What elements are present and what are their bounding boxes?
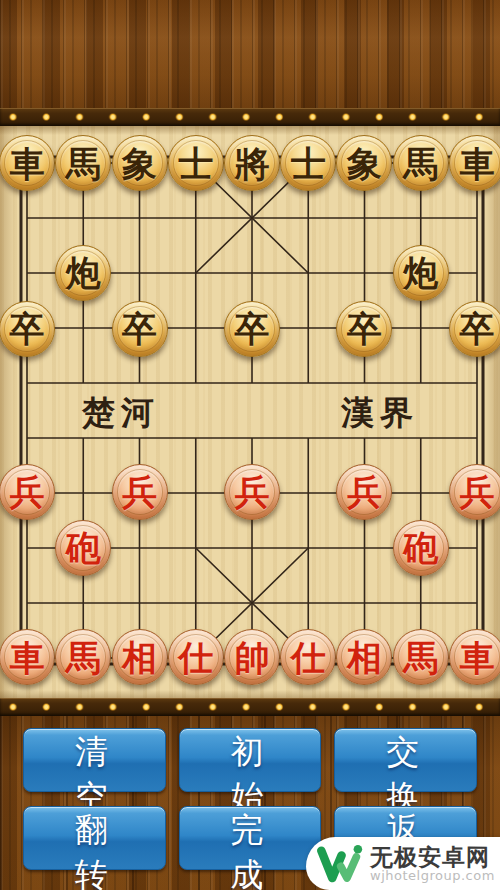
piece-glyph: 馬	[403, 146, 438, 181]
piece-black-general[interactable]: 將	[224, 135, 280, 191]
piece-black-horse[interactable]: 馬	[393, 135, 449, 191]
piece-glyph: 將	[234, 146, 269, 181]
piece-red-advisor[interactable]: 仕	[280, 629, 336, 685]
piece-glyph: 卒	[122, 311, 157, 346]
piece-red-elephant[interactable]: 相	[112, 629, 168, 685]
piece-glyph: 卒	[459, 311, 494, 346]
piece-glyph: 車	[10, 146, 45, 181]
piece-black-soldier[interactable]: 卒	[112, 301, 168, 357]
piece-black-chariot[interactable]: 車	[449, 135, 500, 191]
piece-glyph: 炮	[66, 255, 101, 290]
piece-red-soldier[interactable]: 兵	[0, 464, 55, 520]
piece-glyph: 卒	[10, 311, 45, 346]
piece-black-soldier[interactable]: 卒	[336, 301, 392, 357]
piece-glyph: 士	[178, 146, 213, 181]
piece-red-horse[interactable]: 馬	[393, 629, 449, 685]
piece-black-horse[interactable]: 馬	[55, 135, 111, 191]
piece-glyph: 象	[122, 146, 157, 181]
xiangqi-board[interactable]: 楚河 漢界 車馬象士將士象馬車炮炮卒卒卒卒卒兵兵兵兵兵砲砲車馬相仕帥仕相馬車	[0, 126, 500, 698]
piece-glyph: 兵	[234, 474, 269, 509]
button-swap[interactable]: 交换	[334, 728, 477, 792]
piece-glyph: 砲	[66, 530, 101, 565]
piece-red-cannon[interactable]: 砲	[55, 520, 111, 576]
piece-black-advisor[interactable]: 士	[168, 135, 224, 191]
piece-glyph: 兵	[459, 474, 494, 509]
piece-glyph: 仕	[178, 640, 213, 675]
piece-glyph: 帥	[234, 640, 269, 675]
piece-glyph: 馬	[66, 146, 101, 181]
xiangqi-app-screen: 楚河 漢界 車馬象士將士象馬車炮炮卒卒卒卒卒兵兵兵兵兵砲砲車馬相仕帥仕相馬車 清…	[0, 0, 500, 890]
piece-black-chariot[interactable]: 車	[0, 135, 55, 191]
piece-glyph: 兵	[347, 474, 382, 509]
piece-black-elephant[interactable]: 象	[112, 135, 168, 191]
piece-glyph: 象	[347, 146, 382, 181]
piece-red-soldier[interactable]: 兵	[224, 464, 280, 520]
watermark-site-name: 无极安卓网	[370, 845, 495, 869]
piece-glyph: 炮	[403, 255, 438, 290]
piece-red-horse[interactable]: 馬	[55, 629, 111, 685]
piece-red-soldier[interactable]: 兵	[336, 464, 392, 520]
piece-glyph: 相	[347, 640, 382, 675]
piece-glyph: 卒	[234, 311, 269, 346]
piece-glyph: 士	[291, 146, 326, 181]
piece-black-cannon[interactable]: 炮	[55, 245, 111, 301]
piece-glyph: 兵	[122, 474, 157, 509]
piece-red-cannon[interactable]: 砲	[393, 520, 449, 576]
piece-glyph: 馬	[66, 640, 101, 675]
watermark-text: 无极安卓网 wjhotelgroup.com	[370, 845, 495, 883]
piece-black-soldier[interactable]: 卒	[224, 301, 280, 357]
site-watermark: 无极安卓网 wjhotelgroup.com	[306, 837, 500, 890]
piece-red-advisor[interactable]: 仕	[168, 629, 224, 685]
button-flip[interactable]: 翻转	[23, 806, 166, 870]
piece-glyph: 相	[122, 640, 157, 675]
piece-glyph: 兵	[10, 474, 45, 509]
button-initial[interactable]: 初始	[179, 728, 322, 792]
piece-glyph: 車	[10, 640, 45, 675]
piece-red-soldier[interactable]: 兵	[449, 464, 500, 520]
piece-black-cannon[interactable]: 炮	[393, 245, 449, 301]
green-w-logo-icon	[316, 843, 364, 885]
piece-red-soldier[interactable]: 兵	[112, 464, 168, 520]
piece-black-soldier[interactable]: 卒	[0, 301, 55, 357]
piece-red-chariot[interactable]: 車	[449, 629, 500, 685]
piece-black-soldier[interactable]: 卒	[449, 301, 500, 357]
top-wood-frame	[0, 0, 500, 108]
piece-red-chariot[interactable]: 車	[0, 629, 55, 685]
piece-red-general[interactable]: 帥	[224, 629, 280, 685]
pieces-grid[interactable]: 車馬象士將士象馬車炮炮卒卒卒卒卒兵兵兵兵兵砲砲車馬相仕帥仕相馬車	[0, 135, 500, 685]
piece-glyph: 車	[459, 146, 494, 181]
piece-glyph: 車	[459, 640, 494, 675]
button-clear[interactable]: 清空	[23, 728, 166, 792]
piece-glyph: 砲	[403, 530, 438, 565]
piece-glyph: 馬	[403, 640, 438, 675]
top-studded-rail	[0, 108, 500, 126]
watermark-domain: wjhotelgroup.com	[370, 869, 495, 883]
piece-glyph: 卒	[347, 311, 382, 346]
piece-glyph: 仕	[291, 640, 326, 675]
piece-black-advisor[interactable]: 士	[280, 135, 336, 191]
piece-black-elephant[interactable]: 象	[336, 135, 392, 191]
piece-red-elephant[interactable]: 相	[336, 629, 392, 685]
button-done[interactable]: 完成	[179, 806, 322, 870]
bottom-studded-rail	[0, 698, 500, 716]
